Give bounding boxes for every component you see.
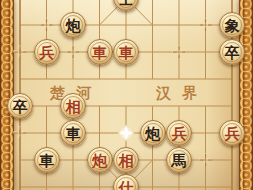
piece-label: 卒 [225,45,240,60]
piece-label: 車 [119,45,134,60]
piece-red-cannon[interactable]: 炮 [87,147,113,173]
piece-label: 車 [66,126,81,141]
piece-black-soldier[interactable]: 卒 [7,93,33,119]
piece-label: 相 [119,153,134,168]
piece-red-soldier[interactable]: 兵 [34,39,60,65]
piece-red-chariot[interactable]: 車 [113,39,139,65]
piece-red-advisor[interactable]: 仕 [113,174,139,190]
piece-label: 炮 [66,18,81,33]
piece-black-cannon[interactable]: 炮 [60,12,86,38]
piece-black-chariot[interactable]: 車 [60,120,86,146]
piece-black-elephant[interactable]: 象 [219,12,245,38]
piece-black-advisor[interactable]: 士 [113,0,139,11]
piece-black-chariot[interactable]: 車 [34,147,60,173]
piece-label: 炮 [92,153,107,168]
piece-label: 車 [92,45,107,60]
piece-label: 炮 [145,126,160,141]
piece-label: 兵 [39,45,54,60]
piece-red-soldier[interactable]: 兵 [219,120,245,146]
piece-label: 士 [119,0,134,6]
xiangqi-board[interactable]: 楚河 汉界 士炮象兵車車卒卒相車炮兵兵車炮相馬仕 [0,0,253,190]
piece-label: 仕 [119,180,134,190]
piece-red-chariot[interactable]: 車 [87,39,113,65]
piece-red-elephant[interactable]: 相 [113,147,139,173]
piece-red-soldier[interactable]: 兵 [166,120,192,146]
piece-black-soldier[interactable]: 卒 [219,39,245,65]
piece-black-cannon[interactable]: 炮 [140,120,166,146]
piece-label: 車 [39,153,54,168]
piece-label: 相 [66,99,81,114]
piece-black-horse[interactable]: 馬 [166,147,192,173]
piece-label: 象 [225,18,240,33]
river-label-han-jie: 汉界 [156,84,208,103]
piece-red-elephant[interactable]: 相 [60,93,86,119]
piece-label: 馬 [172,153,187,168]
piece-label: 卒 [13,99,28,114]
piece-label: 兵 [225,126,240,141]
piece-label: 兵 [172,126,187,141]
